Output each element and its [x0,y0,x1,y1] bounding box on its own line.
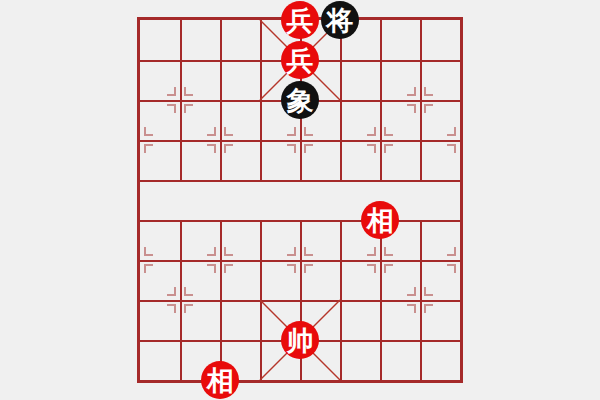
board-cell [180,100,220,140]
board-cell [140,220,180,260]
board-cell [180,220,220,260]
board-cell [220,220,260,260]
board-cell [260,260,300,300]
board-cell [380,300,420,340]
board-cell [420,100,460,140]
piece-red-soldier[interactable]: 兵 [281,41,319,79]
board-cell [420,260,460,300]
board-cell [420,20,460,60]
board-cell [140,60,180,100]
board-cell [380,140,420,180]
board-cell [420,220,460,260]
board-cell [340,340,380,380]
board-cell [220,20,260,60]
board-cell [420,60,460,100]
board-cell [300,140,340,180]
board-cell [180,20,220,60]
board-cell [340,260,380,300]
board-cell [220,140,260,180]
board-cell [380,260,420,300]
board-cell [140,20,180,60]
piece-red-general[interactable]: 帅 [281,321,319,359]
xiangqi-board[interactable]: 兵将兵象相帅相 [137,17,463,383]
piece-red-elephant[interactable]: 相 [361,201,399,239]
board-cell [220,60,260,100]
board-cell [260,140,300,180]
piece-black-general[interactable]: 将 [321,1,359,39]
xiangqi-app-screen: 兵将兵象相帅相 [0,0,600,400]
board-cell [380,20,420,60]
board-cell [260,220,300,260]
river-cell [300,180,340,220]
river-cell [180,180,220,220]
board-cell [180,260,220,300]
board-cell [300,260,340,300]
board-cell [180,140,220,180]
board-cell [180,60,220,100]
board-cell [140,260,180,300]
board-cell [420,300,460,340]
board-cell [140,140,180,180]
board-cell [420,140,460,180]
board-cell [340,60,380,100]
board-cell [380,60,420,100]
board-cell [420,340,460,380]
board-cell [300,220,340,260]
board-cell [340,140,380,180]
piece-black-elephant[interactable]: 象 [281,81,319,119]
river-cell [220,180,260,220]
river-cell [420,180,460,220]
piece-red-soldier[interactable]: 兵 [281,1,319,39]
board-cell [340,100,380,140]
board-cell [140,340,180,380]
board-cell [220,100,260,140]
piece-red-elephant[interactable]: 相 [201,361,239,399]
board-cell [180,300,220,340]
board-cell [220,300,260,340]
board-cell [340,300,380,340]
river-cell [140,180,180,220]
board-cell [380,100,420,140]
board-cell [140,100,180,140]
board-cell [220,260,260,300]
board-cell [140,300,180,340]
river-cell [260,180,300,220]
board-cell [380,340,420,380]
